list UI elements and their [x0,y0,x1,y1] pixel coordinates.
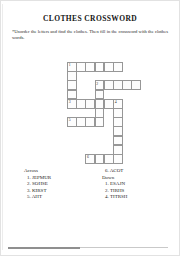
crossword-cell-r0c5[interactable] [113,62,123,72]
clue-item: 2. SOHSE [24,181,94,188]
clue-number-3: 3 [69,100,71,104]
clue-item: 1. ESAJN [102,181,172,188]
clue-item: 6. ACOT [102,168,172,175]
clue-heading: Down [102,175,172,182]
crossword-cell-r4c2[interactable] [85,99,95,109]
clue-number-6: 6 [87,155,89,159]
clue-number-2: 2 [96,82,98,86]
clues-left-column: Across1. JEPMUR2. SOHSE3. KIRST5. AHT [24,168,94,201]
clue-item: 5. AHT [24,194,94,201]
crossword-cell-r10c4[interactable] [104,154,114,164]
clue-heading: Across [24,168,94,175]
clue-item: 1. JEPMUR [24,175,94,182]
worksheet-page: { "game": "crossword (clothes vocabulary… [0,0,180,256]
worksheet-instructions: *Unorder the letters and find the clothe… [12,29,168,41]
crossword-cell-r6c2[interactable] [85,117,95,127]
crossword-cell-r10c5[interactable] [113,154,123,164]
scan-left-edge-artifact [2,4,3,250]
clue-item: 4. TITRSH [102,194,172,201]
crossword-cell-r2c7[interactable] [131,80,141,90]
clue-number-1: 1 [69,63,71,67]
crossword-grid: 132456 [67,62,143,164]
clue-item: 3. KIRST [24,188,94,195]
clue-item: 2. TIRHS [102,188,172,195]
clue-number-4: 4 [115,100,117,104]
worksheet-title: CLOTHES CROSSWORD [0,14,180,23]
scan-bottom-artifact-dark [8,247,80,249]
scan-bottom-artifact-light [80,247,168,248]
clue-number-5: 5 [69,118,71,122]
clues-right-column: 6. ACOTDown1. ESAJN2. TIRHS4. TITRSH [102,168,172,201]
crossword-cell-r6c3[interactable] [95,117,105,127]
